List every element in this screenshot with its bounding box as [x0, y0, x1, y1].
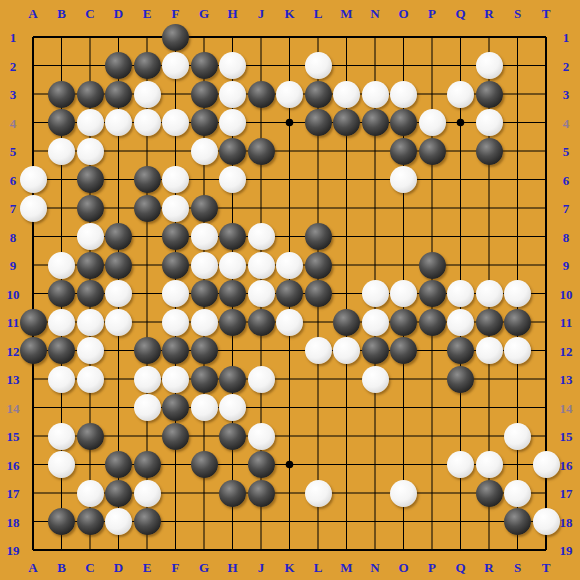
- white-stone: [219, 252, 246, 279]
- white-stone: [362, 366, 389, 393]
- white-stone: [248, 366, 275, 393]
- black-stone: [162, 337, 189, 364]
- white-stone: [248, 423, 275, 450]
- row-label-right-11: 11: [560, 316, 572, 329]
- white-stone: [476, 337, 503, 364]
- black-stone: [219, 280, 246, 307]
- white-stone: [219, 109, 246, 136]
- white-stone: [362, 81, 389, 108]
- white-stone: [362, 309, 389, 336]
- go-board[interactable]: AA11BB22CC33DD44EE55FF66GG77HH88JJ99KK10…: [0, 0, 580, 580]
- black-stone: [219, 423, 246, 450]
- black-stone: [219, 480, 246, 507]
- white-stone: [105, 508, 132, 535]
- black-stone: [77, 81, 104, 108]
- col-label-top-B: B: [57, 7, 66, 20]
- white-stone: [533, 508, 560, 535]
- black-stone: [162, 423, 189, 450]
- white-stone: [447, 309, 474, 336]
- black-stone: [105, 451, 132, 478]
- white-stone: [77, 366, 104, 393]
- white-stone: [134, 366, 161, 393]
- black-stone: [48, 81, 75, 108]
- row-label-left-9: 9: [10, 259, 17, 272]
- black-stone: [191, 109, 218, 136]
- col-label-top-C: C: [85, 7, 94, 20]
- white-stone: [276, 252, 303, 279]
- black-stone: [191, 337, 218, 364]
- black-stone: [248, 480, 275, 507]
- row-label-right-8: 8: [563, 230, 570, 243]
- white-stone: [333, 81, 360, 108]
- black-stone: [305, 280, 332, 307]
- white-stone: [476, 109, 503, 136]
- row-label-right-12: 12: [560, 344, 573, 357]
- black-stone: [476, 480, 503, 507]
- col-label-top-F: F: [172, 7, 180, 20]
- black-stone: [390, 337, 417, 364]
- row-label-left-1: 1: [10, 31, 17, 44]
- black-stone: [276, 280, 303, 307]
- row-label-right-4: 4: [563, 116, 570, 129]
- white-stone: [48, 309, 75, 336]
- col-label-top-K: K: [284, 7, 294, 20]
- row-label-left-10: 10: [7, 287, 20, 300]
- white-stone: [504, 480, 531, 507]
- white-stone: [48, 252, 75, 279]
- row-label-left-18: 18: [7, 515, 20, 528]
- black-stone: [305, 223, 332, 250]
- row-label-right-17: 17: [560, 487, 573, 500]
- white-stone: [162, 195, 189, 222]
- black-stone: [191, 366, 218, 393]
- row-label-right-1: 1: [563, 31, 570, 44]
- white-stone: [105, 280, 132, 307]
- white-stone: [248, 223, 275, 250]
- white-stone: [105, 109, 132, 136]
- black-stone: [419, 252, 446, 279]
- black-stone: [105, 52, 132, 79]
- black-stone: [219, 366, 246, 393]
- white-stone: [219, 166, 246, 193]
- black-stone: [191, 81, 218, 108]
- black-stone: [48, 280, 75, 307]
- black-stone: [419, 138, 446, 165]
- white-stone: [276, 309, 303, 336]
- row-label-right-6: 6: [563, 173, 570, 186]
- black-stone: [105, 480, 132, 507]
- black-stone: [504, 508, 531, 535]
- white-stone: [476, 280, 503, 307]
- black-stone: [219, 138, 246, 165]
- black-stone: [191, 52, 218, 79]
- black-stone: [248, 81, 275, 108]
- col-label-top-N: N: [370, 7, 379, 20]
- white-stone: [77, 337, 104, 364]
- black-stone: [77, 195, 104, 222]
- black-stone: [191, 451, 218, 478]
- white-stone: [248, 252, 275, 279]
- black-stone: [105, 81, 132, 108]
- black-stone: [305, 252, 332, 279]
- row-label-right-13: 13: [560, 373, 573, 386]
- white-stone: [333, 337, 360, 364]
- white-stone: [48, 138, 75, 165]
- row-label-left-4: 4: [10, 116, 17, 129]
- white-stone: [191, 252, 218, 279]
- black-stone: [248, 138, 275, 165]
- black-stone: [476, 81, 503, 108]
- row-label-left-17: 17: [7, 487, 20, 500]
- row-label-left-6: 6: [10, 173, 17, 186]
- white-stone: [77, 480, 104, 507]
- black-stone: [476, 309, 503, 336]
- row-label-left-11: 11: [7, 316, 19, 329]
- white-stone: [219, 52, 246, 79]
- white-stone: [20, 166, 47, 193]
- black-stone: [134, 166, 161, 193]
- white-stone: [162, 52, 189, 79]
- white-stone: [276, 81, 303, 108]
- black-stone: [362, 109, 389, 136]
- col-label-top-H: H: [227, 7, 237, 20]
- black-stone: [48, 508, 75, 535]
- white-stone: [419, 109, 446, 136]
- white-stone: [77, 109, 104, 136]
- white-stone: [447, 451, 474, 478]
- black-stone: [390, 138, 417, 165]
- row-label-right-19: 19: [560, 544, 573, 557]
- black-stone: [134, 195, 161, 222]
- black-stone: [504, 309, 531, 336]
- white-stone: [77, 223, 104, 250]
- white-stone: [191, 394, 218, 421]
- white-stone: [162, 166, 189, 193]
- row-label-left-3: 3: [10, 88, 17, 101]
- white-stone: [191, 309, 218, 336]
- black-stone: [48, 337, 75, 364]
- white-stone: [390, 81, 417, 108]
- row-label-right-16: 16: [560, 458, 573, 471]
- row-label-left-2: 2: [10, 59, 17, 72]
- col-label-top-L: L: [314, 7, 323, 20]
- black-stone: [162, 24, 189, 51]
- black-stone: [48, 109, 75, 136]
- col-label-top-E: E: [143, 7, 152, 20]
- col-label-top-M: M: [340, 7, 352, 20]
- col-label-top-A: A: [28, 7, 37, 20]
- col-label-top-S: S: [514, 7, 521, 20]
- col-label-top-J: J: [258, 7, 265, 20]
- row-label-left-8: 8: [10, 230, 17, 243]
- row-label-left-19: 19: [7, 544, 20, 557]
- white-stone: [134, 109, 161, 136]
- col-label-top-Q: Q: [455, 7, 465, 20]
- row-label-left-13: 13: [7, 373, 20, 386]
- black-stone: [305, 109, 332, 136]
- black-stone: [162, 223, 189, 250]
- row-label-right-5: 5: [563, 145, 570, 158]
- row-label-right-18: 18: [560, 515, 573, 528]
- black-stone: [248, 451, 275, 478]
- black-stone: [77, 508, 104, 535]
- black-stone: [20, 309, 47, 336]
- black-stone: [390, 309, 417, 336]
- black-stone: [134, 508, 161, 535]
- black-stone: [77, 423, 104, 450]
- col-label-top-O: O: [398, 7, 408, 20]
- black-stone: [134, 337, 161, 364]
- white-stone: [305, 337, 332, 364]
- row-label-left-15: 15: [7, 430, 20, 443]
- row-label-right-7: 7: [563, 202, 570, 215]
- white-stone: [447, 81, 474, 108]
- white-stone: [20, 195, 47, 222]
- black-stone: [333, 109, 360, 136]
- black-stone: [447, 337, 474, 364]
- white-stone: [191, 138, 218, 165]
- white-stone: [219, 394, 246, 421]
- black-stone: [134, 52, 161, 79]
- black-stone: [191, 280, 218, 307]
- black-stone: [248, 309, 275, 336]
- black-stone: [419, 280, 446, 307]
- white-stone: [162, 109, 189, 136]
- black-stone: [162, 252, 189, 279]
- white-stone: [134, 394, 161, 421]
- black-stone: [191, 195, 218, 222]
- white-stone: [504, 337, 531, 364]
- white-stone: [476, 52, 503, 79]
- white-stone: [476, 451, 503, 478]
- white-stone: [77, 138, 104, 165]
- black-stone: [77, 280, 104, 307]
- stones-layer: [19, 23, 561, 565]
- white-stone: [305, 52, 332, 79]
- row-label-left-14: 14: [7, 401, 20, 414]
- black-stone: [305, 81, 332, 108]
- white-stone: [362, 280, 389, 307]
- white-stone: [162, 309, 189, 336]
- row-label-right-14: 14: [560, 401, 573, 414]
- white-stone: [191, 223, 218, 250]
- white-stone: [504, 423, 531, 450]
- white-stone: [134, 81, 161, 108]
- black-stone: [476, 138, 503, 165]
- black-stone: [77, 252, 104, 279]
- white-stone: [77, 309, 104, 336]
- row-label-right-9: 9: [563, 259, 570, 272]
- black-stone: [162, 394, 189, 421]
- black-stone: [219, 309, 246, 336]
- white-stone: [162, 280, 189, 307]
- white-stone: [105, 309, 132, 336]
- row-label-right-15: 15: [560, 430, 573, 443]
- black-stone: [333, 309, 360, 336]
- row-label-right-10: 10: [560, 287, 573, 300]
- black-stone: [20, 337, 47, 364]
- row-label-left-16: 16: [7, 458, 20, 471]
- white-stone: [134, 480, 161, 507]
- white-stone: [390, 166, 417, 193]
- row-label-right-2: 2: [563, 59, 570, 72]
- white-stone: [248, 280, 275, 307]
- black-stone: [134, 451, 161, 478]
- white-stone: [219, 81, 246, 108]
- black-stone: [219, 223, 246, 250]
- black-stone: [105, 252, 132, 279]
- white-stone: [305, 480, 332, 507]
- col-label-top-T: T: [542, 7, 551, 20]
- row-label-left-12: 12: [7, 344, 20, 357]
- row-label-left-7: 7: [10, 202, 17, 215]
- white-stone: [533, 451, 560, 478]
- white-stone: [162, 366, 189, 393]
- black-stone: [447, 366, 474, 393]
- white-stone: [504, 280, 531, 307]
- white-stone: [447, 280, 474, 307]
- black-stone: [419, 309, 446, 336]
- black-stone: [390, 109, 417, 136]
- black-stone: [77, 166, 104, 193]
- black-stone: [105, 223, 132, 250]
- row-label-left-5: 5: [10, 145, 17, 158]
- col-label-top-R: R: [484, 7, 493, 20]
- row-label-right-3: 3: [563, 88, 570, 101]
- black-stone: [362, 337, 389, 364]
- col-label-top-P: P: [428, 7, 436, 20]
- white-stone: [48, 451, 75, 478]
- col-label-top-D: D: [114, 7, 123, 20]
- white-stone: [390, 480, 417, 507]
- col-label-top-G: G: [199, 7, 209, 20]
- white-stone: [48, 423, 75, 450]
- white-stone: [390, 280, 417, 307]
- white-stone: [48, 366, 75, 393]
